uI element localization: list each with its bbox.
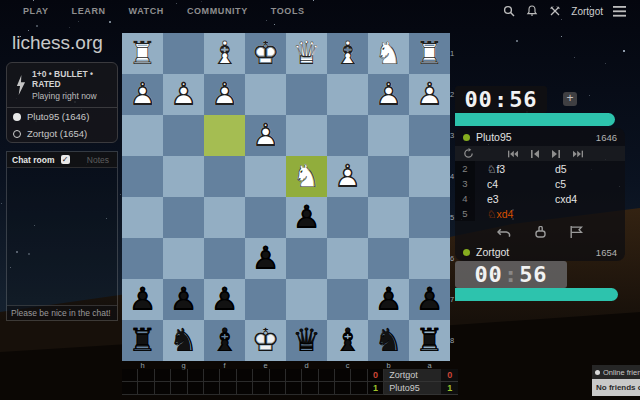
crosstable-cell [286, 382, 302, 395]
black-color-disc [13, 130, 21, 138]
black-king[interactable]: ♚♔ [245, 320, 286, 361]
white-pawn[interactable]: ♟♙ [409, 74, 450, 115]
next-move-button[interactable] [552, 150, 560, 158]
black-bishop[interactable]: ♝♗ [204, 320, 245, 361]
file-label-f: f [204, 361, 245, 369]
square-a8[interactable]: ♜♖ [409, 320, 450, 361]
player-time-bar [455, 288, 618, 301]
player-rating: 1654 [596, 247, 617, 258]
friends-header[interactable]: Online friends [603, 368, 640, 377]
crosstable-cell [122, 382, 138, 395]
white-bishop[interactable]: ♝♗ [327, 33, 368, 74]
square-h2[interactable]: ♟♙ [122, 74, 163, 115]
crosstable-player-name[interactable]: Zortgot [384, 369, 441, 382]
analysis-cycle-icon[interactable] [463, 148, 474, 159]
opponent-rating: 1646 [596, 132, 617, 143]
rank-label-5: 5 [450, 197, 458, 238]
white-rook[interactable]: ♜♖ [409, 33, 450, 74]
crosstable: 0Zortgot01Pluto951 [122, 369, 455, 395]
rank-label-2: 2 [450, 74, 458, 115]
black-rook[interactable]: ♜♖ [409, 320, 450, 361]
square-a5[interactable] [409, 197, 450, 238]
square-h4[interactable] [122, 156, 163, 197]
black-pawn[interactable]: ♟♙ [163, 279, 204, 320]
white-knight[interactable]: ♞♘ [286, 156, 327, 197]
square-d8[interactable]: ♛♕ [286, 320, 327, 361]
square-g7[interactable]: ♟♙ [163, 279, 204, 320]
crosstable-cell [204, 382, 220, 395]
game-action-buttons [455, 221, 625, 243]
crosstable-cell [155, 382, 171, 395]
opponent-clock: 00:56 [455, 86, 547, 113]
move-black[interactable]: c5 [555, 178, 566, 190]
square-b3[interactable] [368, 115, 409, 156]
crosstable-cell [171, 369, 187, 382]
game-panel: Pluto95 1646 2♘f3d53c4c54e3cxd45♘xd4 [455, 128, 625, 261]
chat-input[interactable] [7, 305, 117, 320]
square-e3[interactable]: ♟♙ [245, 115, 286, 156]
square-e8[interactable]: ♚♔ [245, 320, 286, 361]
crosstable-last-result: 0 [368, 369, 384, 382]
crosstable-cell [122, 369, 138, 382]
white-king[interactable]: ♚♔ [245, 33, 286, 74]
file-label-e: e [245, 361, 286, 369]
nav-item-learn[interactable]: LEARN [72, 6, 106, 16]
square-h8[interactable]: ♜♖ [122, 320, 163, 361]
file-coordinates: hgfedcba [122, 361, 450, 369]
chess-board: ♜♖♝♗♚♔♛♕♝♗♞♘♜♖♟♙♟♙♟♙♟♙♟♙♟♙♞♘♟♙♟♙♟♙♟♙♟♙♟♙… [122, 33, 450, 361]
search-icon[interactable] [502, 5, 515, 18]
square-g2[interactable]: ♟♙ [163, 74, 204, 115]
square-h7[interactable]: ♟♙ [122, 279, 163, 320]
chat-panel: Chat room ✓ Notes [6, 151, 118, 321]
square-d6[interactable] [286, 238, 327, 279]
white-pawn[interactable]: ♟♙ [245, 115, 286, 156]
square-f3[interactable] [204, 115, 245, 156]
nav-menu: PLAYLEARNWATCHCOMMUNITYTOOLS [0, 6, 305, 16]
square-c2[interactable] [327, 74, 368, 115]
bell-icon[interactable] [525, 5, 538, 18]
square-g4[interactable] [163, 156, 204, 197]
rank-label-3: 3 [450, 115, 458, 156]
crosstable-cell [302, 369, 318, 382]
game-player-white[interactable]: Pluto95 (1646) [7, 108, 117, 125]
player-row: Zortgot 1654 [455, 243, 625, 261]
nav-item-play[interactable]: PLAY [23, 6, 49, 16]
square-a2[interactable]: ♟♙ [409, 74, 450, 115]
square-c6[interactable] [327, 238, 368, 279]
square-b4[interactable] [368, 156, 409, 197]
move-list: 2♘f3d53c4c54e3cxd45♘xd4 [455, 161, 625, 221]
black-pawn[interactable]: ♟♙ [286, 197, 327, 238]
file-label-a: a [409, 361, 450, 369]
square-g8[interactable]: ♞♘ [163, 320, 204, 361]
first-move-button[interactable] [508, 150, 518, 158]
opponent-row: Pluto95 1646 [455, 128, 625, 146]
move-number: 4 [455, 191, 475, 206]
chat-toggle-checkbox[interactable]: ✓ [61, 155, 70, 164]
white-queen[interactable]: ♛♕ [286, 33, 327, 74]
crosstable-cell [286, 369, 302, 382]
square-d3[interactable] [286, 115, 327, 156]
white-pawn[interactable]: ♟♙ [163, 74, 204, 115]
lichess-logo[interactable]: lichess.org [0, 26, 122, 62]
white-pawn[interactable]: ♟♙ [122, 74, 163, 115]
black-pawn[interactable]: ♟♙ [204, 279, 245, 320]
crosstable-row-zortgot: 0Zortgot0 [122, 369, 455, 382]
move-row-2: 2♘f3d5 [455, 161, 625, 176]
crosstable-cell [138, 382, 154, 395]
nav-item-watch[interactable]: WATCH [129, 6, 164, 16]
black-pawn[interactable]: ♟♙ [409, 279, 450, 320]
crosstable-cell [188, 369, 204, 382]
crosstable-cell [138, 369, 154, 382]
move-white[interactable]: ♘f3 [475, 163, 555, 175]
move-black[interactable]: d5 [555, 163, 567, 175]
online-indicator [463, 134, 470, 141]
crosstable-cell [319, 369, 335, 382]
crosstable-cell [351, 369, 367, 382]
crosstable-cell [253, 382, 269, 395]
move-number: 2 [455, 161, 475, 176]
move-white[interactable]: e3 [475, 193, 555, 205]
crosstable-cell [253, 369, 269, 382]
game-players-list: Pluto95 (1646)Zortgot (1654) [7, 108, 117, 142]
square-d5[interactable]: ♟♙ [286, 197, 327, 238]
square-c3[interactable] [327, 115, 368, 156]
online-friends-box: Online friends No friends online [592, 365, 640, 396]
square-f6[interactable] [204, 238, 245, 279]
prev-move-button[interactable] [531, 150, 539, 158]
takeback-icon[interactable] [497, 226, 512, 238]
white-knight[interactable]: ♞♘ [368, 33, 409, 74]
square-f2[interactable]: ♟♙ [204, 74, 245, 115]
square-e7[interactable] [245, 279, 286, 320]
square-b2[interactable]: ♟♙ [368, 74, 409, 115]
rank-label-8: 8 [450, 320, 458, 361]
crosstable-cell [319, 382, 335, 395]
square-d4[interactable]: ♞♘ [286, 156, 327, 197]
black-knight[interactable]: ♞♘ [163, 320, 204, 361]
square-f7[interactable]: ♟♙ [204, 279, 245, 320]
game-info-box: 1+0 • BULLET • RATED Playing right now P… [6, 62, 118, 143]
move-row-4: 4e3cxd4 [455, 191, 625, 206]
square-a3[interactable] [409, 115, 450, 156]
resign-flag-icon[interactable] [570, 226, 583, 238]
move-navigation [455, 146, 625, 161]
square-g1[interactable] [163, 33, 204, 74]
crosstable-cell [220, 382, 236, 395]
square-c8[interactable]: ♝♗ [327, 320, 368, 361]
square-h1[interactable]: ♜♖ [122, 33, 163, 74]
square-a1[interactable]: ♜♖ [409, 33, 450, 74]
move-number: 5 [455, 206, 475, 221]
black-pawn[interactable]: ♟♙ [245, 238, 286, 279]
give-more-time-button[interactable]: + [563, 92, 577, 106]
square-b6[interactable] [368, 238, 409, 279]
white-rook[interactable]: ♜♖ [122, 33, 163, 74]
move-row-3: 3c4c5 [455, 176, 625, 191]
black-rook[interactable]: ♜♖ [122, 320, 163, 361]
file-label-b: b [368, 361, 409, 369]
file-label-h: h [122, 361, 163, 369]
file-label-g: g [163, 361, 204, 369]
bullet-lightning-icon [15, 75, 26, 95]
hamburger-icon[interactable] [613, 5, 626, 18]
white-pawn[interactable]: ♟♙ [204, 74, 245, 115]
last-move-button[interactable] [573, 150, 583, 158]
crosstable-cell [302, 382, 318, 395]
opponent-time-bar [455, 113, 615, 126]
square-c1[interactable]: ♝♗ [327, 33, 368, 74]
rank-label-4: 4 [450, 156, 458, 197]
move-number: 3 [455, 176, 475, 191]
crosstable-cell [335, 382, 351, 395]
white-bishop[interactable]: ♝♗ [204, 33, 245, 74]
crosstable-cell [237, 369, 253, 382]
move-white[interactable]: ♘xd4 [475, 208, 555, 220]
black-knight[interactable]: ♞♘ [368, 320, 409, 361]
rank-label-6: 6 [450, 238, 458, 279]
crosstable-cell [270, 369, 286, 382]
black-queen[interactable]: ♛♕ [286, 320, 327, 361]
square-h5[interactable] [122, 197, 163, 238]
crosstable-cell [220, 369, 236, 382]
game-player-black[interactable]: Zortgot (1654) [7, 125, 117, 142]
player-clock: 00:56 [455, 261, 567, 288]
move-black[interactable]: cxd4 [555, 193, 577, 205]
crosstable-cell [351, 382, 367, 395]
square-c7[interactable] [327, 279, 368, 320]
square-a7[interactable]: ♟♙ [409, 279, 450, 320]
square-b5[interactable] [368, 197, 409, 238]
game-meta-line2: Playing right now [32, 91, 113, 101]
crosstable-cell [155, 369, 171, 382]
rank-label-1: 1 [450, 33, 458, 74]
crosstable-cell [204, 369, 220, 382]
square-e1[interactable]: ♚♔ [245, 33, 286, 74]
file-label-c: c [327, 361, 368, 369]
square-c4[interactable]: ♟♙ [327, 156, 368, 197]
white-color-disc [13, 113, 21, 121]
crosstable-row-pluto95: 1Pluto951 [122, 382, 455, 395]
crosstable-player-name[interactable]: Pluto95 [384, 382, 441, 395]
online-indicator [463, 249, 470, 256]
square-a4[interactable] [409, 156, 450, 197]
username[interactable]: Zortgot [571, 6, 603, 17]
black-pawn[interactable]: ♟♙ [368, 279, 409, 320]
top-nav: PLAYLEARNWATCHCOMMUNITYTOOLS Zortgot [0, 0, 640, 22]
white-pawn[interactable]: ♟♙ [327, 156, 368, 197]
crosstable-cell [335, 369, 351, 382]
file-label-d: d [286, 361, 327, 369]
nav-item-tools[interactable]: TOOLS [271, 6, 305, 16]
square-f4[interactable] [204, 156, 245, 197]
square-g5[interactable] [163, 197, 204, 238]
black-bishop[interactable]: ♝♗ [327, 320, 368, 361]
crosstable-cell [270, 382, 286, 395]
square-d2[interactable] [286, 74, 327, 115]
square-e2[interactable] [245, 74, 286, 115]
crosstable-total-score: 0 [441, 369, 458, 382]
nav-item-community[interactable]: COMMUNITY [187, 6, 248, 16]
square-g3[interactable] [163, 115, 204, 156]
square-b1[interactable]: ♞♘ [368, 33, 409, 74]
square-f8[interactable]: ♝♗ [204, 320, 245, 361]
square-e4[interactable] [245, 156, 286, 197]
opponent-name[interactable]: Pluto95 [476, 131, 512, 143]
square-f1[interactable]: ♝♗ [204, 33, 245, 74]
square-h6[interactable] [122, 238, 163, 279]
crosstable-cell [188, 382, 204, 395]
game-meta-line1: 1+0 • BULLET • RATED [32, 69, 113, 89]
square-b8[interactable]: ♞♘ [368, 320, 409, 361]
square-d7[interactable] [286, 279, 327, 320]
square-f5[interactable] [204, 197, 245, 238]
tab-chat-room[interactable]: Chat room [7, 155, 55, 165]
square-a6[interactable] [409, 238, 450, 279]
move-row-5: 5♘xd4 [455, 206, 625, 221]
draw-offer-hand-icon[interactable] [534, 226, 548, 238]
rank-coordinates: 12345678 [450, 33, 458, 361]
friends-empty-message: No friends online [592, 379, 640, 396]
crosstable-last-result: 1 [368, 382, 384, 395]
move-white[interactable]: c4 [475, 178, 555, 190]
crosstable-cell [237, 382, 253, 395]
square-e5[interactable] [245, 197, 286, 238]
crosstable-cell [171, 382, 187, 395]
player-name[interactable]: Zortgot [476, 246, 509, 258]
square-e6[interactable]: ♟♙ [245, 238, 286, 279]
square-d1[interactable]: ♛♕ [286, 33, 327, 74]
challenge-swords-icon[interactable] [548, 5, 561, 18]
friends-dot-icon [595, 370, 600, 375]
square-h3[interactable] [122, 115, 163, 156]
white-pawn[interactable]: ♟♙ [368, 74, 409, 115]
black-pawn[interactable]: ♟♙ [122, 279, 163, 320]
rank-label-7: 7 [450, 279, 458, 320]
square-c5[interactable] [327, 197, 368, 238]
tab-notes[interactable]: Notes [87, 155, 117, 165]
crosstable-total-score: 1 [441, 382, 458, 395]
square-g6[interactable] [163, 238, 204, 279]
square-b7[interactable]: ♟♙ [368, 279, 409, 320]
